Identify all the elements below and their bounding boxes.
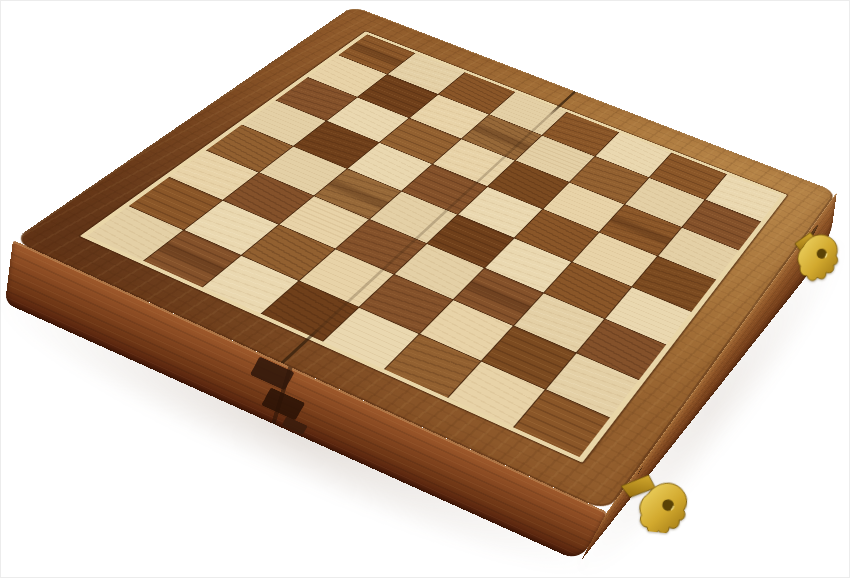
brass-latch-right xyxy=(790,226,846,289)
brass-latch-bottom xyxy=(615,464,699,536)
hinge-notch xyxy=(261,388,305,421)
product-photo-stage xyxy=(0,0,850,578)
